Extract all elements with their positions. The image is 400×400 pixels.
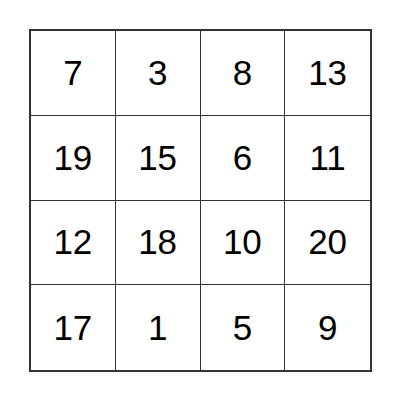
grid-cell-r3c4[interactable]: 20	[285, 201, 370, 286]
grid-cell-r4c1[interactable]: 17	[31, 285, 116, 370]
grid-cell-r4c2[interactable]: 1	[116, 285, 201, 370]
grid-cell-r3c2[interactable]: 18	[116, 201, 201, 286]
grid-cell-r2c1[interactable]: 19	[31, 116, 116, 201]
grid-cell-r3c3[interactable]: 10	[201, 201, 286, 286]
grid-cell-r1c1[interactable]: 7	[31, 31, 116, 116]
grid-cell-r1c3[interactable]: 8	[201, 31, 286, 116]
grid-cell-r1c4[interactable]: 13	[285, 31, 370, 116]
grid-cell-r4c3[interactable]: 5	[201, 285, 286, 370]
grid-cell-r2c4[interactable]: 11	[285, 116, 370, 201]
grid-cell-r3c1[interactable]: 12	[31, 201, 116, 286]
grid-cell-r4c4[interactable]: 9	[285, 285, 370, 370]
grid-cell-r1c2[interactable]: 3	[116, 31, 201, 116]
bingo-card-canvas: 7381319156111218102017159	[0, 0, 400, 400]
grid-cell-r2c2[interactable]: 15	[116, 116, 201, 201]
bingo-grid: 7381319156111218102017159	[29, 29, 372, 372]
grid-cell-r2c3[interactable]: 6	[201, 116, 286, 201]
